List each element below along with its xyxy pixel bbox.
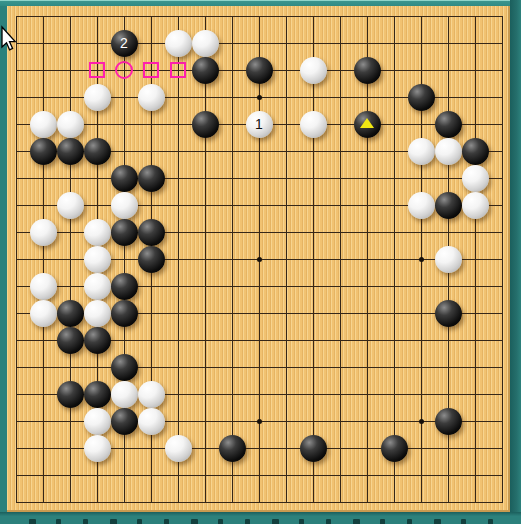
clipped-coordinate-label	[353, 519, 360, 524]
clipped-coordinate-label	[380, 519, 385, 524]
black-stone	[435, 111, 462, 138]
white-stone	[462, 192, 489, 219]
black-stone	[84, 138, 111, 165]
black-stone	[462, 138, 489, 165]
white-stone	[30, 111, 57, 138]
window-border-right	[510, 0, 521, 524]
black-stone	[84, 327, 111, 354]
black-stone	[138, 246, 165, 273]
black-stone	[138, 219, 165, 246]
black-stone	[57, 138, 84, 165]
grid-line-vertical	[367, 16, 368, 503]
black-stone	[354, 57, 381, 84]
star-point	[257, 257, 262, 262]
black-stone	[435, 408, 462, 435]
clipped-coordinate-label	[461, 519, 466, 524]
star-point	[257, 419, 262, 424]
black-stone	[435, 300, 462, 327]
clipped-coordinate-label	[110, 519, 117, 524]
white-stone	[57, 192, 84, 219]
black-stone	[192, 111, 219, 138]
grid-line-vertical	[340, 16, 341, 503]
clipped-coordinate-label	[218, 519, 223, 524]
black-stone	[408, 84, 435, 111]
square-marker	[170, 62, 186, 78]
white-stone	[84, 84, 111, 111]
white-stone	[111, 192, 138, 219]
white-stone	[84, 273, 111, 300]
white-stone	[57, 111, 84, 138]
black-stone	[111, 219, 138, 246]
clipped-coordinate-label	[245, 519, 250, 524]
clipped-coordinate-label	[83, 519, 88, 524]
white-stone	[138, 381, 165, 408]
window-border-top	[0, 0, 521, 6]
black-stone	[192, 57, 219, 84]
star-point	[257, 95, 262, 100]
grid-line-vertical	[502, 16, 503, 503]
white-stone	[138, 408, 165, 435]
black-stone	[57, 381, 84, 408]
circle-marker	[115, 61, 133, 79]
clipped-coordinate-label	[299, 519, 304, 524]
white-stone	[192, 30, 219, 57]
clipped-coordinate-label	[326, 519, 331, 524]
black-stone	[138, 165, 165, 192]
clipped-coordinate-label	[191, 519, 198, 524]
white-stone	[408, 138, 435, 165]
triangle-marker	[360, 118, 374, 128]
white-stone	[435, 246, 462, 273]
black-stone: 2	[111, 30, 138, 57]
black-stone	[435, 192, 462, 219]
white-stone	[84, 408, 111, 435]
white-stone	[30, 273, 57, 300]
black-stone	[381, 435, 408, 462]
clipped-coordinate-label	[434, 519, 441, 524]
move-number-label: 1	[255, 117, 263, 131]
grid-line-horizontal	[16, 502, 503, 503]
black-stone	[57, 300, 84, 327]
white-stone	[111, 381, 138, 408]
grid-line-vertical	[394, 16, 395, 503]
black-stone	[246, 57, 273, 84]
white-stone	[165, 30, 192, 57]
square-marker	[143, 62, 159, 78]
white-stone	[84, 300, 111, 327]
clipped-coordinate-label	[137, 519, 142, 524]
black-stone	[111, 300, 138, 327]
black-stone	[111, 273, 138, 300]
grid-line-vertical	[313, 16, 314, 503]
black-stone	[111, 354, 138, 381]
black-stone	[84, 381, 111, 408]
clipped-coordinate-label	[56, 519, 61, 524]
grid-line-vertical	[475, 16, 476, 503]
black-stone	[111, 408, 138, 435]
white-stone	[300, 111, 327, 138]
white-stone	[84, 246, 111, 273]
clipped-coordinate-label	[272, 519, 279, 524]
window-border-bottom	[0, 512, 521, 524]
white-stone	[300, 57, 327, 84]
move-number-label: 2	[120, 36, 128, 50]
grid-line-horizontal	[16, 475, 503, 476]
grid-line-vertical	[286, 16, 287, 503]
white-stone	[435, 138, 462, 165]
black-stone	[111, 165, 138, 192]
black-stone	[219, 435, 246, 462]
clipped-coordinate-label	[407, 519, 412, 524]
star-point	[419, 419, 424, 424]
white-stone	[84, 219, 111, 246]
grid-line-horizontal	[16, 367, 503, 368]
clipped-coordinate-label	[29, 519, 36, 524]
white-stone	[138, 84, 165, 111]
white-stone	[165, 435, 192, 462]
go-app-window: 21	[0, 0, 521, 524]
white-stone	[84, 435, 111, 462]
black-stone	[30, 138, 57, 165]
white-stone	[30, 219, 57, 246]
black-stone	[57, 327, 84, 354]
white-stone	[408, 192, 435, 219]
square-marker	[89, 62, 105, 78]
clipped-coordinate-label	[164, 519, 169, 524]
black-stone	[300, 435, 327, 462]
clipped-coordinate-label	[488, 519, 493, 524]
go-board-grid[interactable]: 21	[7, 5, 510, 512]
star-point	[419, 257, 424, 262]
white-stone	[30, 300, 57, 327]
white-stone: 1	[246, 111, 273, 138]
white-stone	[462, 165, 489, 192]
goban[interactable]: 21	[7, 5, 510, 512]
